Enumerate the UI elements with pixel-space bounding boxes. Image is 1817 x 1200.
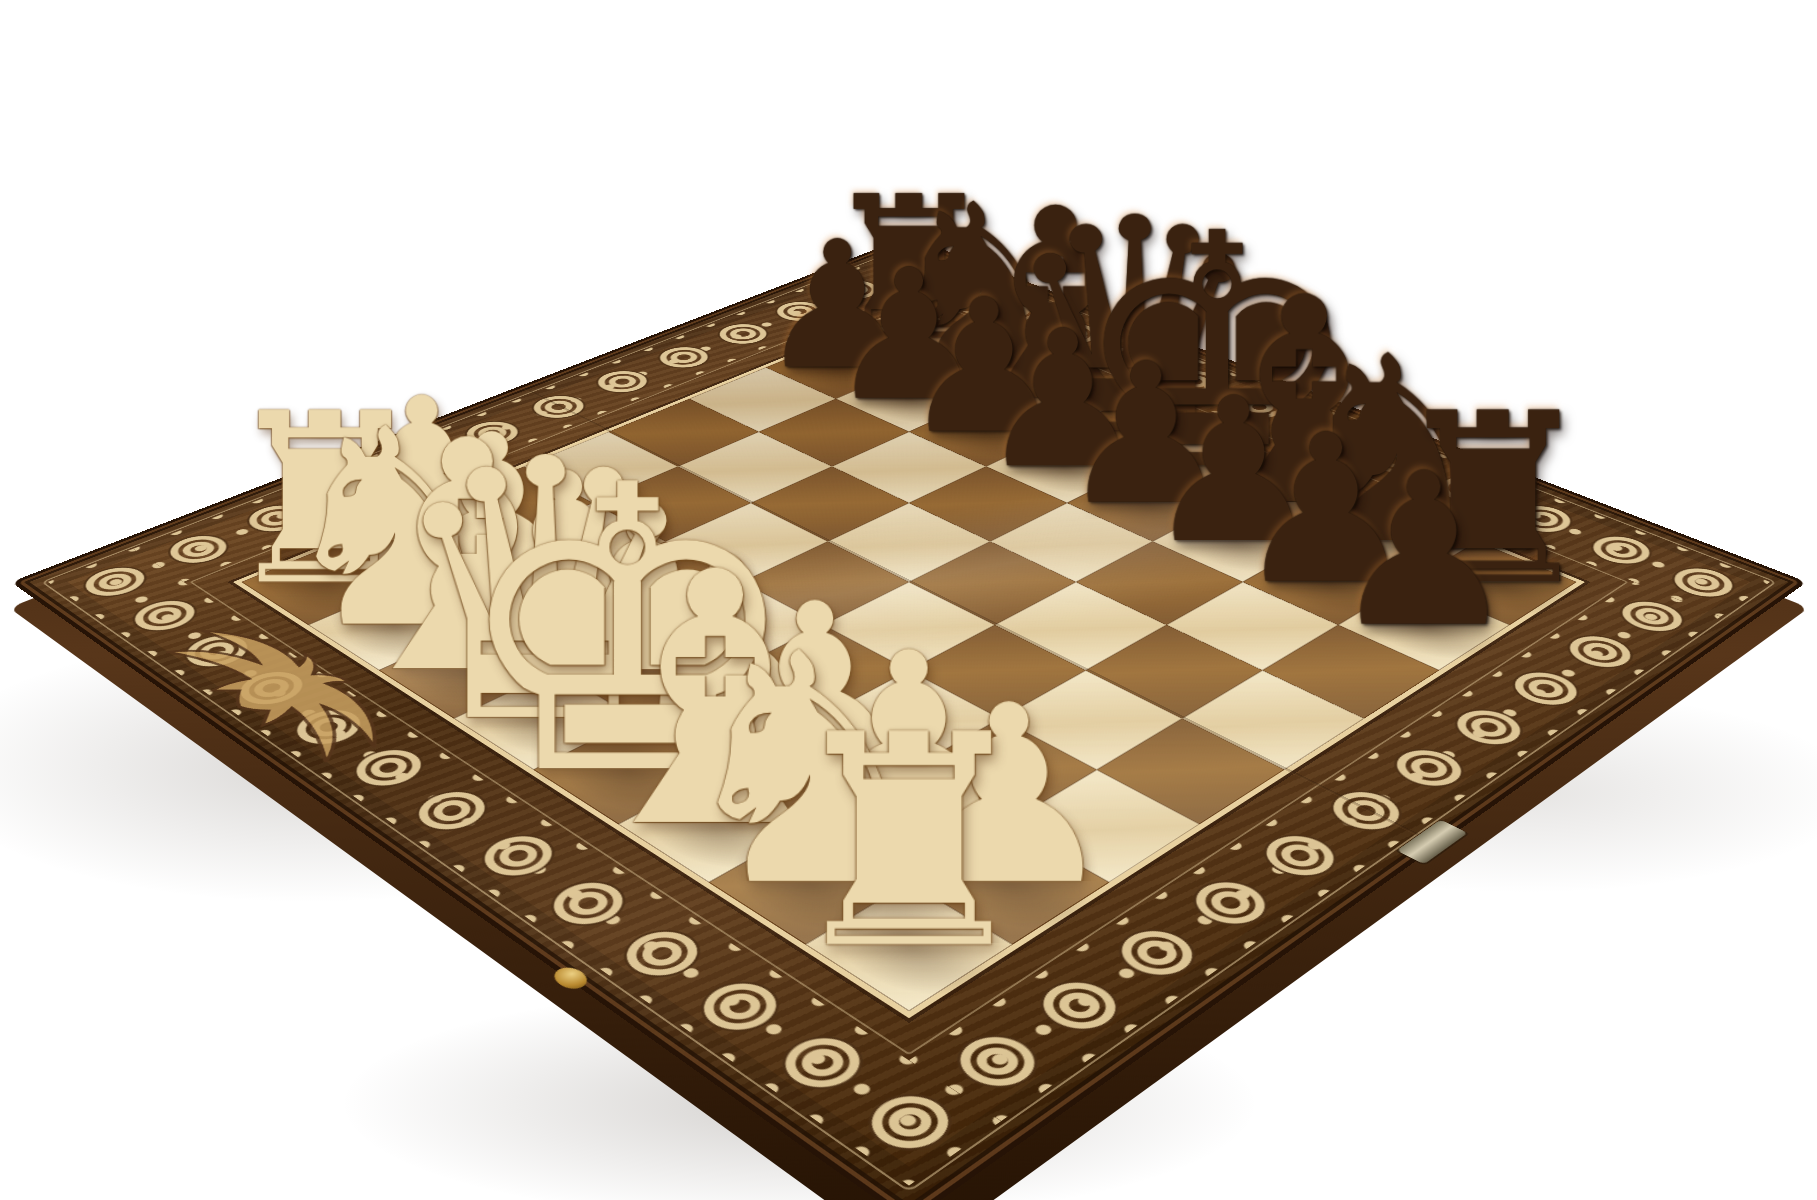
chess-board: ♜♞♝♛♚♝♞♜♟♟♟♟♟♟♟♟♟♟♟♟♟♟♟♟♜♞♝♛♚♝♞♜: [10, 236, 1806, 1200]
studio-scene: ♜♞♝♛♚♝♞♜♟♟♟♟♟♟♟♟♟♟♟♟♟♟♟♟♜♞♝♛♚♝♞♜: [0, 0, 1817, 1200]
